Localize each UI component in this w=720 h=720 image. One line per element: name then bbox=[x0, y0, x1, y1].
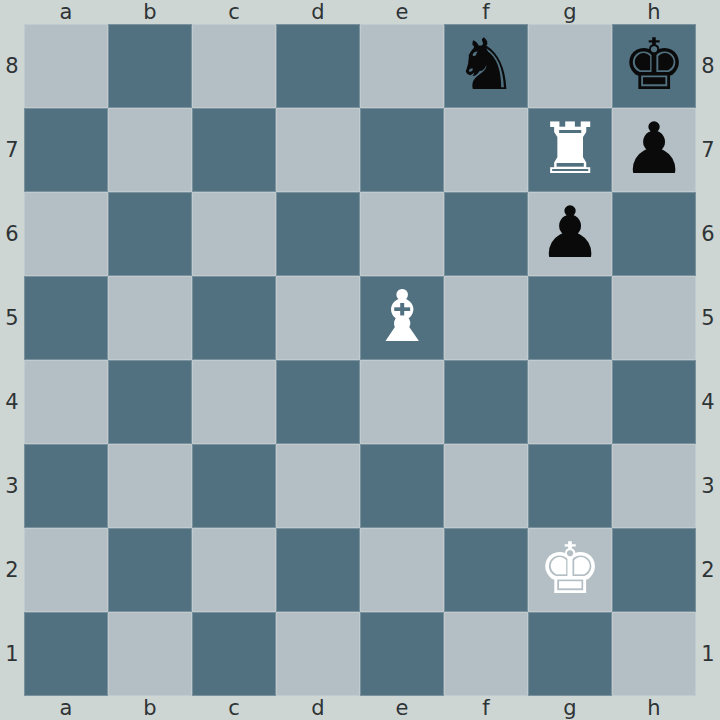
rank-label-5: 5 bbox=[0, 276, 24, 360]
square-b7[interactable] bbox=[108, 108, 192, 192]
rank-label-1: 1 bbox=[696, 612, 720, 696]
square-f2[interactable] bbox=[444, 528, 528, 612]
square-b8[interactable] bbox=[108, 24, 192, 108]
chess-diagram: abcdefgh 87654321 ♞♚♜♟♟♝♚ 87654321 abcde… bbox=[0, 0, 720, 720]
square-g4[interactable] bbox=[528, 360, 612, 444]
square-h8[interactable]: ♚ bbox=[612, 24, 696, 108]
square-a5[interactable] bbox=[24, 276, 108, 360]
square-c3[interactable] bbox=[192, 444, 276, 528]
square-b4[interactable] bbox=[108, 360, 192, 444]
file-label-b: b bbox=[108, 696, 192, 720]
square-d3[interactable] bbox=[276, 444, 360, 528]
square-h4[interactable] bbox=[612, 360, 696, 444]
piece-black-pawn[interactable]: ♟ bbox=[538, 197, 602, 268]
square-g6[interactable]: ♟ bbox=[528, 192, 612, 276]
piece-white-king[interactable]: ♚ bbox=[538, 533, 602, 604]
piece-black-knight[interactable]: ♞ bbox=[454, 29, 518, 100]
piece-black-pawn[interactable]: ♟ bbox=[622, 113, 686, 184]
file-labels-bottom: abcdefgh bbox=[24, 696, 696, 720]
square-c4[interactable] bbox=[192, 360, 276, 444]
square-c7[interactable] bbox=[192, 108, 276, 192]
file-label-e: e bbox=[360, 696, 444, 720]
file-label-d: d bbox=[276, 0, 360, 24]
chess-board: ♞♚♜♟♟♝♚ bbox=[24, 24, 696, 696]
square-f7[interactable] bbox=[444, 108, 528, 192]
rank-label-4: 4 bbox=[696, 360, 720, 444]
square-c6[interactable] bbox=[192, 192, 276, 276]
square-h1[interactable] bbox=[612, 612, 696, 696]
square-e4[interactable] bbox=[360, 360, 444, 444]
rank-label-7: 7 bbox=[0, 108, 24, 192]
rank-label-6: 6 bbox=[696, 192, 720, 276]
file-labels-top: abcdefgh bbox=[24, 0, 696, 24]
square-f6[interactable] bbox=[444, 192, 528, 276]
square-d6[interactable] bbox=[276, 192, 360, 276]
square-e1[interactable] bbox=[360, 612, 444, 696]
square-f5[interactable] bbox=[444, 276, 528, 360]
square-h5[interactable] bbox=[612, 276, 696, 360]
square-f3[interactable] bbox=[444, 444, 528, 528]
square-h2[interactable] bbox=[612, 528, 696, 612]
file-label-a: a bbox=[24, 696, 108, 720]
square-e3[interactable] bbox=[360, 444, 444, 528]
square-b2[interactable] bbox=[108, 528, 192, 612]
file-label-a: a bbox=[24, 0, 108, 24]
rank-label-6: 6 bbox=[0, 192, 24, 276]
rank-label-4: 4 bbox=[0, 360, 24, 444]
rank-labels-left: 87654321 bbox=[0, 24, 24, 696]
square-d5[interactable] bbox=[276, 276, 360, 360]
file-label-b: b bbox=[108, 0, 192, 24]
file-label-g: g bbox=[528, 696, 612, 720]
square-a4[interactable] bbox=[24, 360, 108, 444]
square-a1[interactable] bbox=[24, 612, 108, 696]
file-label-f: f bbox=[444, 696, 528, 720]
square-g3[interactable] bbox=[528, 444, 612, 528]
square-b6[interactable] bbox=[108, 192, 192, 276]
square-b5[interactable] bbox=[108, 276, 192, 360]
rank-label-3: 3 bbox=[696, 444, 720, 528]
square-a7[interactable] bbox=[24, 108, 108, 192]
square-c5[interactable] bbox=[192, 276, 276, 360]
square-g5[interactable] bbox=[528, 276, 612, 360]
piece-black-king[interactable]: ♚ bbox=[622, 29, 686, 100]
file-label-h: h bbox=[612, 696, 696, 720]
square-d4[interactable] bbox=[276, 360, 360, 444]
square-e7[interactable] bbox=[360, 108, 444, 192]
square-f1[interactable] bbox=[444, 612, 528, 696]
file-label-d: d bbox=[276, 696, 360, 720]
file-label-c: c bbox=[192, 696, 276, 720]
square-a6[interactable] bbox=[24, 192, 108, 276]
square-e5[interactable]: ♝ bbox=[360, 276, 444, 360]
rank-labels-right: 87654321 bbox=[696, 24, 720, 696]
square-d2[interactable] bbox=[276, 528, 360, 612]
square-g7[interactable]: ♜ bbox=[528, 108, 612, 192]
rank-label-8: 8 bbox=[0, 24, 24, 108]
square-g8[interactable] bbox=[528, 24, 612, 108]
file-label-e: e bbox=[360, 0, 444, 24]
square-b1[interactable] bbox=[108, 612, 192, 696]
square-a8[interactable] bbox=[24, 24, 108, 108]
file-label-h: h bbox=[612, 0, 696, 24]
square-e2[interactable] bbox=[360, 528, 444, 612]
square-a3[interactable] bbox=[24, 444, 108, 528]
square-d1[interactable] bbox=[276, 612, 360, 696]
square-h6[interactable] bbox=[612, 192, 696, 276]
square-g2[interactable]: ♚ bbox=[528, 528, 612, 612]
rank-label-1: 1 bbox=[0, 612, 24, 696]
piece-white-rook[interactable]: ♜ bbox=[538, 113, 602, 184]
square-h3[interactable] bbox=[612, 444, 696, 528]
square-e6[interactable] bbox=[360, 192, 444, 276]
rank-label-2: 2 bbox=[0, 528, 24, 612]
rank-label-7: 7 bbox=[696, 108, 720, 192]
square-e8[interactable] bbox=[360, 24, 444, 108]
square-f8[interactable]: ♞ bbox=[444, 24, 528, 108]
square-b3[interactable] bbox=[108, 444, 192, 528]
rank-label-3: 3 bbox=[0, 444, 24, 528]
square-g1[interactable] bbox=[528, 612, 612, 696]
square-f4[interactable] bbox=[444, 360, 528, 444]
square-d7[interactable] bbox=[276, 108, 360, 192]
square-c1[interactable] bbox=[192, 612, 276, 696]
file-label-c: c bbox=[192, 0, 276, 24]
square-c2[interactable] bbox=[192, 528, 276, 612]
rank-label-8: 8 bbox=[696, 24, 720, 108]
square-c8[interactable] bbox=[192, 24, 276, 108]
square-a2[interactable] bbox=[24, 528, 108, 612]
square-d8[interactable] bbox=[276, 24, 360, 108]
rank-label-5: 5 bbox=[696, 276, 720, 360]
piece-white-bishop[interactable]: ♝ bbox=[370, 281, 434, 352]
rank-label-2: 2 bbox=[696, 528, 720, 612]
file-label-f: f bbox=[444, 0, 528, 24]
file-label-g: g bbox=[528, 0, 612, 24]
square-h7[interactable]: ♟ bbox=[612, 108, 696, 192]
